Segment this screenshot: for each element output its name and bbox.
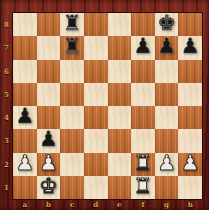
piece-black-king[interactable]: ♚ xyxy=(157,13,176,34)
square-g1[interactable] xyxy=(155,176,179,199)
square-b1[interactable]: ♚ xyxy=(37,176,61,199)
rank-label-3: 3 xyxy=(0,129,13,152)
square-b7[interactable] xyxy=(37,36,61,59)
square-g3[interactable] xyxy=(155,129,179,152)
square-f5[interactable] xyxy=(131,83,155,106)
square-b5[interactable] xyxy=(37,83,61,106)
rank-label-4: 4 xyxy=(0,106,13,129)
rank-coordinates: 87654321 xyxy=(0,13,13,199)
square-e3[interactable] xyxy=(108,129,132,152)
piece-white-pawn[interactable]: ♟ xyxy=(15,153,34,174)
square-h6[interactable] xyxy=(178,60,202,83)
square-c2[interactable] xyxy=(60,153,84,176)
square-e8[interactable] xyxy=(108,13,132,36)
square-h3[interactable] xyxy=(178,129,202,152)
piece-black-pawn[interactable]: ♟ xyxy=(181,36,200,57)
chess-board: ♜♚♜♟♟♟♟♟♟♟♜♟♟♚♜ xyxy=(13,13,202,199)
square-f8[interactable] xyxy=(131,13,155,36)
square-h1[interactable] xyxy=(178,176,202,199)
piece-white-pawn[interactable]: ♟ xyxy=(181,153,200,174)
file-label-a: a xyxy=(13,199,37,210)
square-d2[interactable] xyxy=(84,153,108,176)
file-label-c: c xyxy=(60,199,84,210)
file-label-d: d xyxy=(84,199,108,210)
square-g4[interactable] xyxy=(155,106,179,129)
square-a3[interactable] xyxy=(13,129,37,152)
square-f2[interactable]: ♜ xyxy=(131,153,155,176)
square-a1[interactable] xyxy=(13,176,37,199)
chess-board-frame: ♜♚♜♟♟♟♟♟♟♟♜♟♟♚♜ 87654321 abcdefgh xyxy=(0,0,209,210)
square-d3[interactable] xyxy=(84,129,108,152)
piece-white-rook[interactable]: ♜ xyxy=(134,176,153,197)
square-b6[interactable] xyxy=(37,60,61,83)
rank-label-6: 6 xyxy=(0,60,13,83)
square-f7[interactable]: ♟ xyxy=(131,36,155,59)
square-f1[interactable]: ♜ xyxy=(131,176,155,199)
square-c7[interactable]: ♜ xyxy=(60,36,84,59)
square-c5[interactable] xyxy=(60,83,84,106)
square-a5[interactable] xyxy=(13,83,37,106)
rank-label-2: 2 xyxy=(0,153,13,176)
square-h5[interactable] xyxy=(178,83,202,106)
square-a7[interactable] xyxy=(13,36,37,59)
square-d7[interactable] xyxy=(84,36,108,59)
square-f6[interactable] xyxy=(131,60,155,83)
file-coordinates: abcdefgh xyxy=(13,199,202,210)
rank-label-7: 7 xyxy=(0,36,13,59)
square-c6[interactable] xyxy=(60,60,84,83)
square-e5[interactable] xyxy=(108,83,132,106)
square-e2[interactable] xyxy=(108,153,132,176)
piece-black-pawn[interactable]: ♟ xyxy=(157,36,176,57)
square-a6[interactable] xyxy=(13,60,37,83)
piece-black-rook[interactable]: ♜ xyxy=(63,36,82,57)
square-c8[interactable]: ♜ xyxy=(60,13,84,36)
square-e6[interactable] xyxy=(108,60,132,83)
square-e4[interactable] xyxy=(108,106,132,129)
file-label-e: e xyxy=(108,199,132,210)
piece-white-king[interactable]: ♚ xyxy=(39,176,58,197)
square-h8[interactable] xyxy=(178,13,202,36)
piece-white-rook[interactable]: ♜ xyxy=(134,153,153,174)
square-a2[interactable]: ♟ xyxy=(13,153,37,176)
square-b2[interactable]: ♟ xyxy=(37,153,61,176)
rank-label-8: 8 xyxy=(0,13,13,36)
square-g2[interactable]: ♟ xyxy=(155,153,179,176)
square-g6[interactable] xyxy=(155,60,179,83)
square-c1[interactable] xyxy=(60,176,84,199)
piece-black-pawn[interactable]: ♟ xyxy=(15,106,34,127)
square-f3[interactable] xyxy=(131,129,155,152)
square-b3[interactable]: ♟ xyxy=(37,129,61,152)
square-f4[interactable] xyxy=(131,106,155,129)
square-c4[interactable] xyxy=(60,106,84,129)
square-d4[interactable] xyxy=(84,106,108,129)
square-h4[interactable] xyxy=(178,106,202,129)
square-g5[interactable] xyxy=(155,83,179,106)
square-e1[interactable] xyxy=(108,176,132,199)
square-a8[interactable] xyxy=(13,13,37,36)
file-label-f: f xyxy=(131,199,155,210)
square-b4[interactable] xyxy=(37,106,61,129)
file-label-b: b xyxy=(37,199,61,210)
piece-black-rook[interactable]: ♜ xyxy=(63,13,82,34)
square-b8[interactable] xyxy=(37,13,61,36)
square-d5[interactable] xyxy=(84,83,108,106)
square-a4[interactable]: ♟ xyxy=(13,106,37,129)
piece-black-pawn[interactable]: ♟ xyxy=(134,36,153,57)
piece-white-pawn[interactable]: ♟ xyxy=(39,153,58,174)
square-h2[interactable]: ♟ xyxy=(178,153,202,176)
square-d6[interactable] xyxy=(84,60,108,83)
square-h7[interactable]: ♟ xyxy=(178,36,202,59)
file-label-h: h xyxy=(178,199,202,210)
rank-label-1: 1 xyxy=(0,176,13,199)
piece-black-pawn[interactable]: ♟ xyxy=(39,129,58,150)
square-e7[interactable] xyxy=(108,36,132,59)
square-d1[interactable] xyxy=(84,176,108,199)
square-c3[interactable] xyxy=(60,129,84,152)
square-g8[interactable]: ♚ xyxy=(155,13,179,36)
square-g7[interactable]: ♟ xyxy=(155,36,179,59)
piece-white-pawn[interactable]: ♟ xyxy=(157,153,176,174)
square-d8[interactable] xyxy=(84,13,108,36)
rank-label-5: 5 xyxy=(0,83,13,106)
file-label-g: g xyxy=(155,199,179,210)
